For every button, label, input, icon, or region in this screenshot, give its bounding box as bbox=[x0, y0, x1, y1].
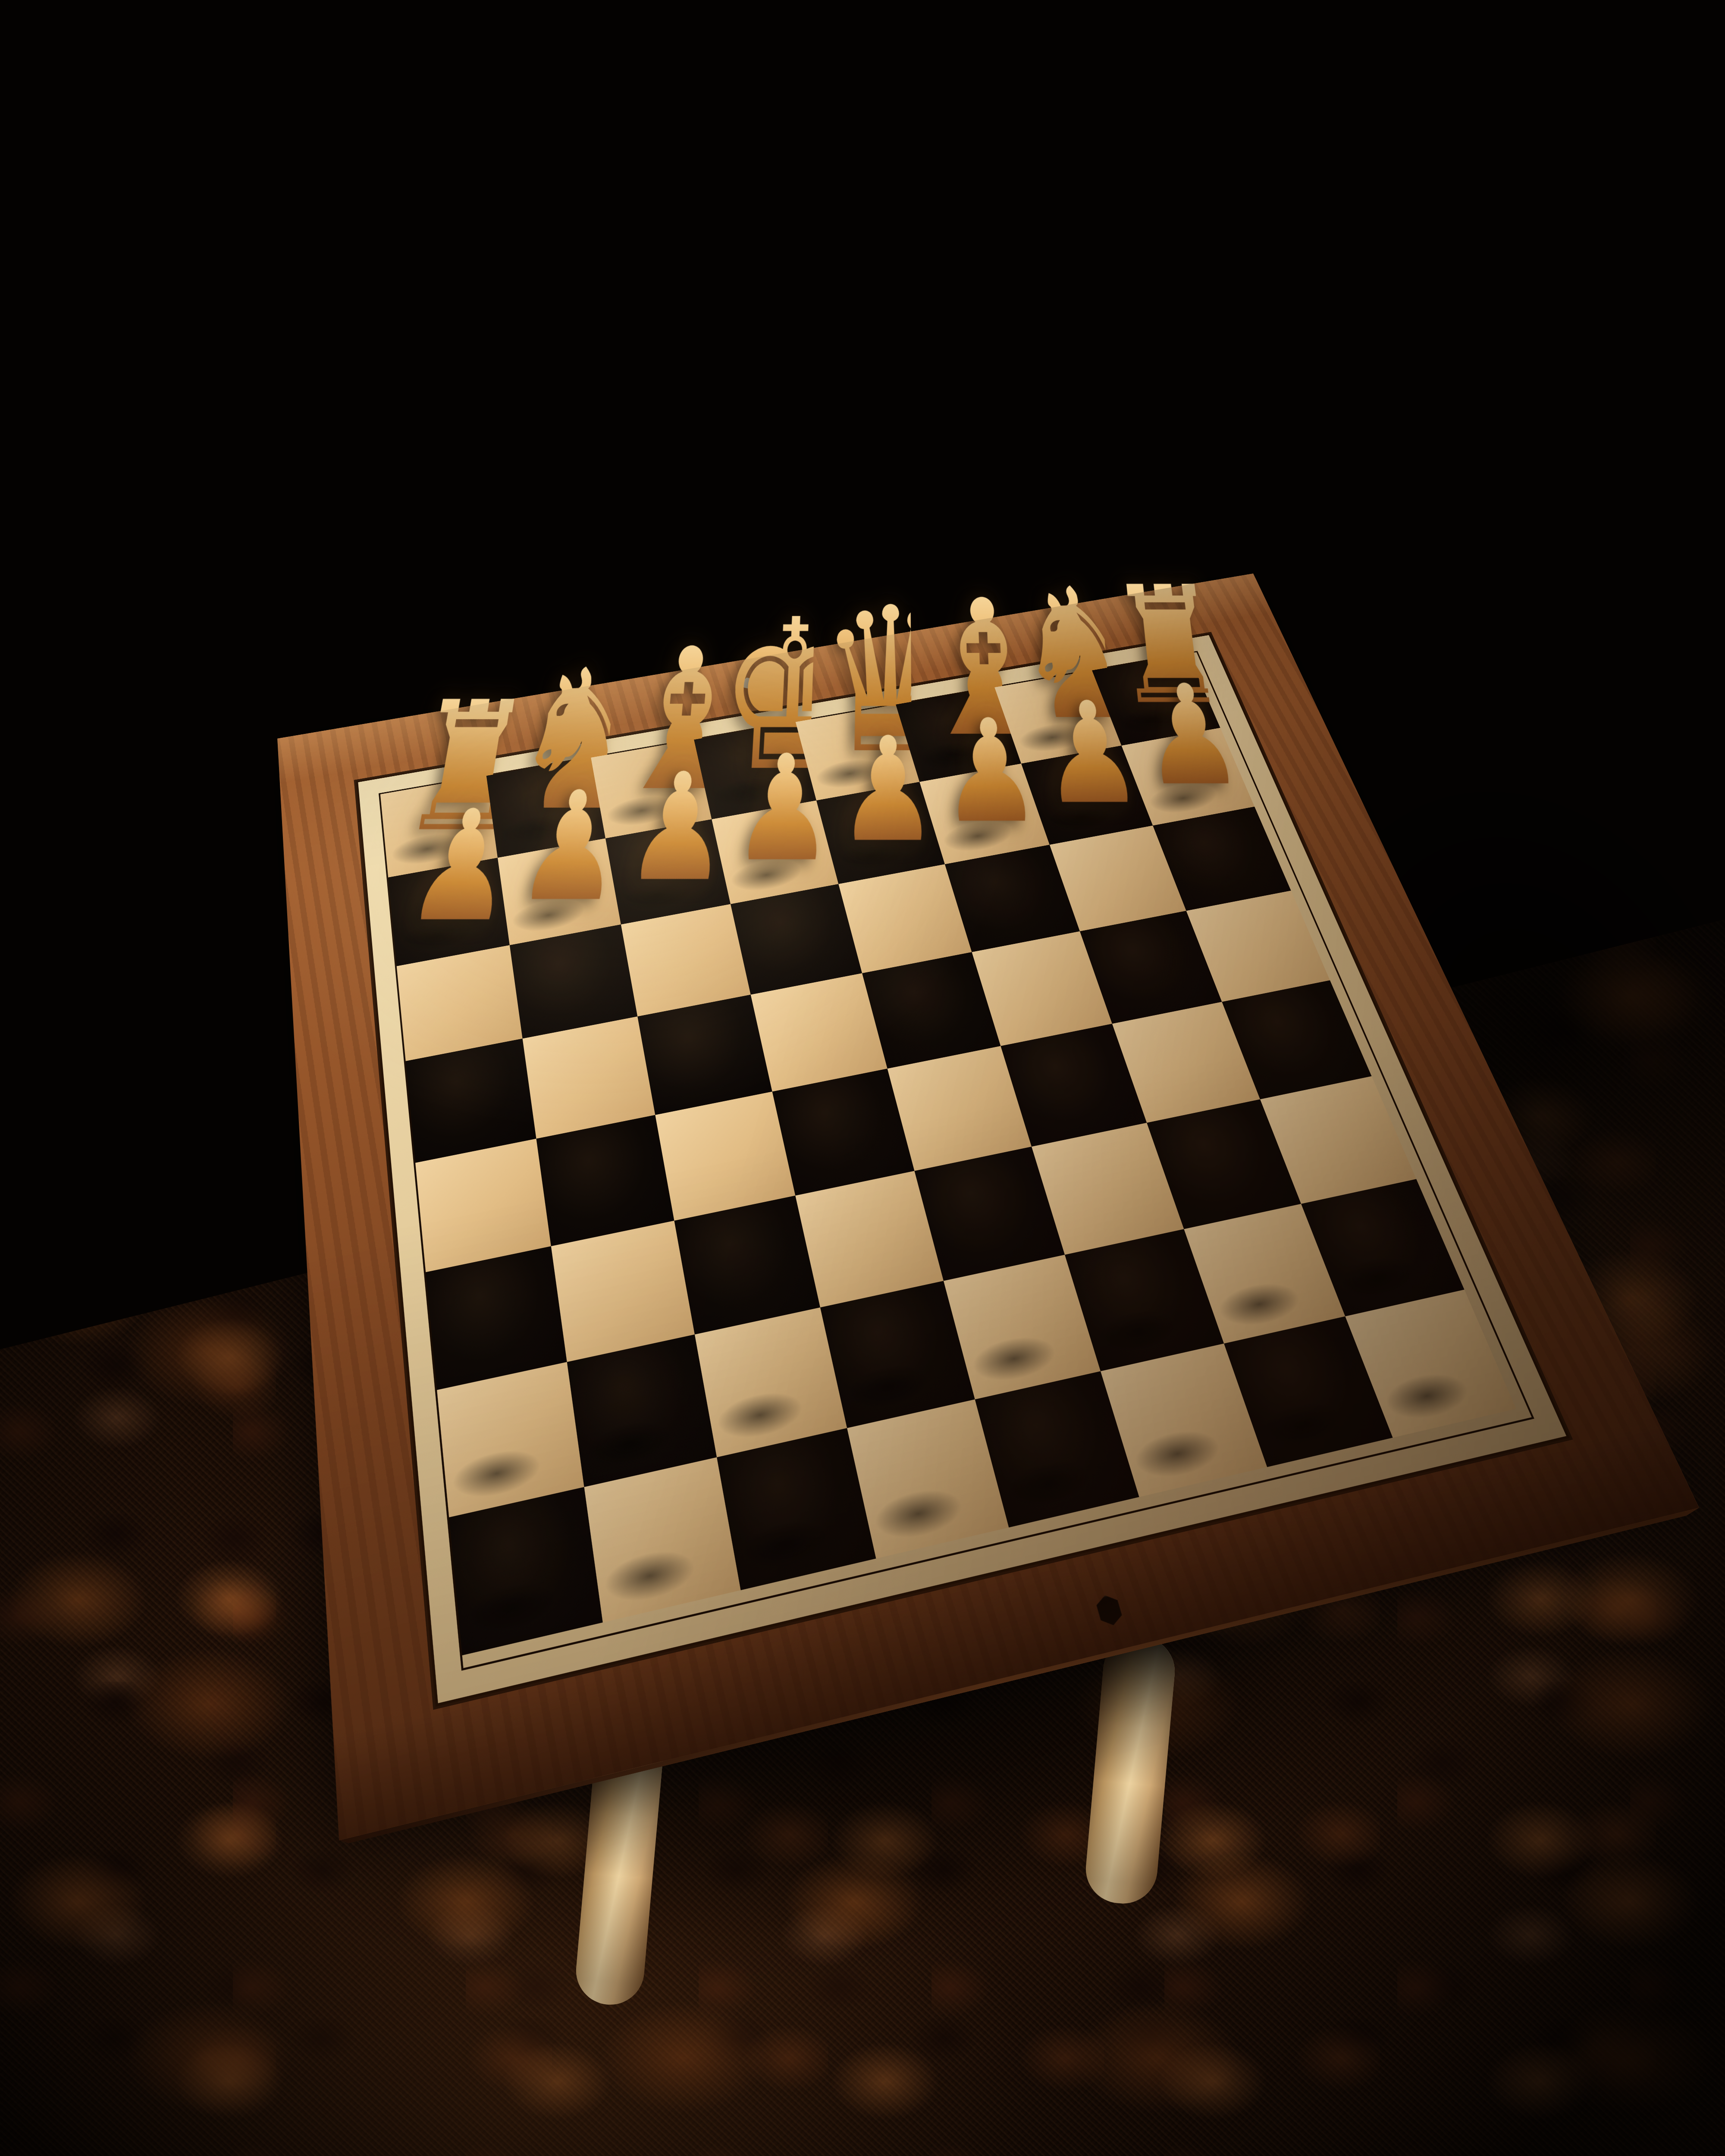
square-h5 bbox=[415, 1139, 551, 1272]
black-pawn-icon: ♟ bbox=[450, 1321, 593, 1476]
black-king-icon: ♚ bbox=[872, 1275, 1001, 1516]
square-h8: ♜ bbox=[449, 1487, 602, 1655]
black-queen-icon: ♛ bbox=[995, 1254, 1131, 1486]
square-e7: ♟ bbox=[820, 1281, 975, 1428]
black-rook-icon: ♜ bbox=[463, 1401, 614, 1611]
square-e8: ♚ bbox=[847, 1399, 1009, 1558]
black-bishop-icon: ♝ bbox=[738, 1320, 870, 1547]
board-frame: ♜♞♝♚♛♝♞♜♟♟♟♟♟♟♟♟♟♟♟♟♟♟♟♟♜♞♝♚♛♝♞♜ bbox=[277, 573, 1699, 1840]
board-border: ♜♞♝♚♛♝♞♜♟♟♟♟♟♟♟♟♟♟♟♟♟♟♟♟♜♞♝♚♛♝♞♜ bbox=[356, 633, 1570, 1707]
piece-black-knight-b8: ♞ bbox=[1224, 1316, 1393, 1467]
piece-black-pawn-g7: ♟ bbox=[567, 1335, 717, 1487]
scene-3d: ♜♞♝♚♛♝♞♜♟♟♟♟♟♟♟♟♟♟♟♟♟♟♟♟♜♞♝♚♛♝♞♜ bbox=[0, 0, 1725, 2156]
square-e6 bbox=[795, 1171, 944, 1307]
square-f5 bbox=[655, 1092, 795, 1221]
hexagon-inlay bbox=[1093, 1592, 1126, 1628]
white-pawn-icon: ♟ bbox=[730, 742, 834, 877]
piece-black-queen-d8: ♛ bbox=[975, 1371, 1139, 1527]
piece-black-knight-g8: ♞ bbox=[584, 1457, 741, 1623]
photo-scene: ♜♞♝♚♛♝♞♜♟♟♟♟♟♟♟♟♟♟♟♟♟♟♟♟♜♞♝♚♛♝♞♜ bbox=[0, 0, 1725, 2156]
square-d8: ♛ bbox=[975, 1371, 1139, 1527]
square-g7: ♟ bbox=[567, 1335, 717, 1487]
square-g4 bbox=[523, 1016, 655, 1138]
square-f8: ♝ bbox=[717, 1428, 876, 1590]
piece-black-rook-a8: ♜ bbox=[1345, 1290, 1516, 1438]
square-g5 bbox=[536, 1115, 674, 1246]
black-bishop-icon: ♝ bbox=[1116, 1241, 1258, 1457]
piece-black-pawn-e7: ♟ bbox=[820, 1281, 975, 1428]
white-pawn-icon: ♟ bbox=[837, 724, 937, 857]
black-pawn-icon: ♟ bbox=[715, 1268, 842, 1417]
square-h4 bbox=[406, 1039, 536, 1163]
white-pawn-icon: ♟ bbox=[1136, 673, 1246, 800]
chess-table: ♜♞♝♚♛♝♞♜♟♟♟♟♟♟♟♟♟♟♟♟♟♟♟♟♜♞♝♚♛♝♞♜ bbox=[277, 573, 1699, 1840]
black-knight-icon: ♞ bbox=[602, 1353, 744, 1579]
square-b8: ♞ bbox=[1224, 1316, 1393, 1467]
square-h7: ♟ bbox=[437, 1362, 584, 1517]
square-g8: ♞ bbox=[584, 1457, 741, 1623]
square-e5 bbox=[772, 1069, 915, 1195]
piece-black-pawn-h7: ♟ bbox=[437, 1362, 584, 1517]
playing-area: ♜♞♝♚♛♝♞♜♟♟♟♟♟♟♟♟♟♟♟♟♟♟♟♟♜♞♝♚♛♝♞♜ bbox=[380, 652, 1532, 1668]
white-pawn-icon: ♟ bbox=[940, 707, 1041, 837]
piece-black-pawn-f7: ♟ bbox=[695, 1307, 847, 1457]
square-f4 bbox=[637, 995, 772, 1115]
square-a5 bbox=[1222, 980, 1371, 1099]
piece-black-king-e8: ♚ bbox=[847, 1399, 1009, 1558]
square-a8: ♜ bbox=[1345, 1290, 1516, 1438]
square-f7: ♟ bbox=[695, 1307, 847, 1457]
piece-black-rook-h8: ♜ bbox=[449, 1487, 602, 1655]
white-pawn-icon: ♟ bbox=[622, 760, 732, 897]
square-h6 bbox=[426, 1246, 567, 1390]
square-c8: ♝ bbox=[1101, 1344, 1267, 1497]
piece-black-bishop-c8: ♝ bbox=[1101, 1344, 1267, 1497]
square-g6 bbox=[551, 1221, 695, 1362]
white-pawn-icon: ♟ bbox=[1038, 689, 1145, 818]
white-pawn-icon: ♟ bbox=[511, 778, 628, 917]
piece-black-bishop-f8: ♝ bbox=[717, 1428, 876, 1590]
black-pawn-icon: ♟ bbox=[583, 1294, 718, 1446]
square-f6 bbox=[674, 1196, 820, 1335]
